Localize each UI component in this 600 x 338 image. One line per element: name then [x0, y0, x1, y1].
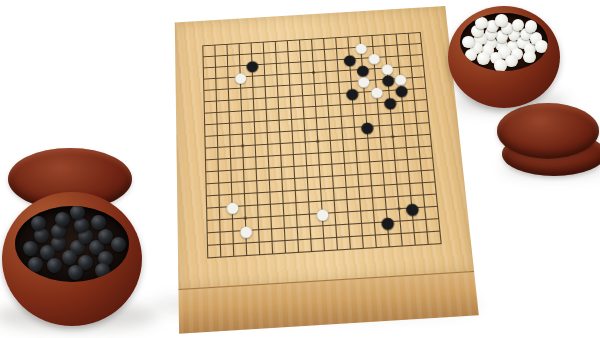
black-stone[interactable]: ● [246, 59, 259, 71]
bowl-stone-black [23, 241, 38, 256]
bowl-stone-black [62, 250, 77, 265]
white-stone[interactable]: ● [234, 70, 247, 82]
bowl-stone-white [494, 59, 507, 71]
bowl-stone-black [28, 257, 43, 272]
black-stone[interactable]: ● [360, 120, 373, 132]
bowl-stone-black [111, 237, 126, 252]
bowl-stone-white [525, 20, 538, 33]
bowl-stone-black [70, 206, 85, 220]
white-stone[interactable]: ● [239, 223, 252, 236]
bowl-stone-black [55, 212, 70, 227]
white-bowl-lid-top [497, 103, 599, 159]
white-stone[interactable]: ● [357, 74, 370, 86]
white-stone[interactable]: ● [226, 200, 239, 213]
white-stone[interactable]: ● [367, 51, 380, 63]
board-grid[interactable]: ●●●●●●●●●●●●●●●●●●●● [197, 27, 449, 265]
bowl-stone-black [91, 215, 106, 230]
white-bowl-opening [460, 13, 548, 71]
black-bowl-opening [15, 206, 129, 282]
black-stone[interactable]: ● [405, 201, 419, 214]
bowl-stone-white [495, 14, 508, 27]
go-board-3d: ●●●●●●●●●●●●●●●●●●●● [175, 6, 479, 333]
black-stone[interactable]: ● [394, 83, 407, 95]
bowl-stone-white [505, 55, 518, 68]
white-stone[interactable]: ● [354, 41, 367, 53]
black-stone[interactable]: ● [381, 73, 394, 85]
bowl-stone-white [475, 17, 488, 30]
board-surface: ●●●●●●●●●●●●●●●●●●●● [175, 6, 474, 289]
black-stone[interactable]: ● [380, 215, 394, 228]
go-board: ●●●●●●●●●●●●●●●●●●●● [175, 6, 464, 333]
white-stone[interactable]: ● [315, 206, 329, 219]
black-stone[interactable]: ● [383, 95, 396, 107]
black-stone[interactable]: ● [345, 86, 358, 98]
go-scene: ●●●●●●●●●●●●●●●●●●●● [0, 0, 600, 338]
black-stone-bowl [2, 192, 142, 326]
bowl-stone-black [68, 265, 83, 280]
bowl-stone-white [477, 52, 490, 65]
white-stone[interactable]: ● [370, 85, 383, 97]
bowl-stone-black [74, 218, 89, 233]
black-stone[interactable]: ● [343, 53, 356, 65]
bowl-stone-white [462, 36, 475, 49]
bowl-stone-white [523, 51, 536, 64]
white-stone-bowl [448, 6, 560, 108]
bowl-stone-black [47, 258, 62, 273]
